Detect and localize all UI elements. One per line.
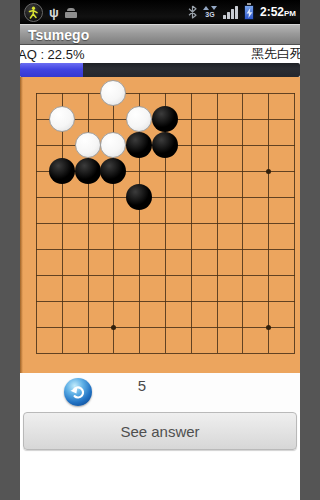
battery-charging-icon	[244, 5, 254, 20]
progress-bar-track	[20, 63, 300, 77]
move-counter: 5	[132, 377, 152, 394]
stick-figure-icon	[27, 6, 40, 19]
grid-line-horizontal	[36, 275, 295, 276]
white-stone[interactable]	[49, 106, 75, 132]
status-bar-left: ψ	[20, 3, 77, 22]
black-stone[interactable]	[126, 132, 152, 158]
white-stone[interactable]	[75, 132, 101, 158]
status-bar: ψ 3G	[20, 0, 300, 24]
grid-line-horizontal	[36, 93, 295, 94]
grid-line-horizontal	[36, 249, 295, 250]
usb-debug-icon	[65, 8, 77, 18]
grid-line-horizontal	[36, 301, 295, 302]
progress-label: AQ : 22.5%	[20, 47, 84, 62]
see-answer-button[interactable]: See answer	[23, 412, 297, 450]
progress-bar-fill	[20, 63, 83, 77]
controls-row: 5	[20, 373, 300, 412]
info-row: AQ : 22.5% 黑先白死	[20, 45, 300, 63]
app-notification-icon	[24, 3, 43, 22]
black-stone[interactable]	[152, 106, 178, 132]
problem-type-label: 黑先白死	[251, 45, 300, 63]
signal-strength-icon	[223, 5, 238, 19]
white-stone[interactable]	[126, 106, 152, 132]
uplink-arrow-icon	[203, 6, 209, 10]
black-stone[interactable]	[126, 184, 152, 210]
undo-button[interactable]	[64, 378, 92, 406]
black-stone[interactable]	[49, 158, 75, 184]
black-stone[interactable]	[100, 158, 126, 184]
undo-arrow-icon	[69, 383, 87, 401]
title-bar: Tsumego	[20, 24, 300, 45]
star-point	[266, 169, 271, 174]
clock-ampm: PM	[284, 9, 296, 18]
see-answer-label: See answer	[120, 423, 199, 440]
mobile-3g-icon: 3G	[203, 5, 217, 20]
downlink-arrow-icon	[211, 6, 217, 10]
app-title: Tsumego	[20, 27, 89, 43]
go-board[interactable]	[20, 77, 300, 374]
grid-line-horizontal	[36, 353, 295, 354]
lightning-bolt-icon	[246, 8, 253, 18]
status-bar-right: 3G 2:52PM	[188, 4, 300, 20]
star-point	[111, 325, 116, 330]
grid-line-horizontal	[36, 197, 295, 198]
phone-screen: ψ 3G	[20, 0, 300, 500]
grid-line-horizontal	[36, 327, 295, 328]
clock-time: 2:52PM	[260, 5, 296, 19]
network-type-label: 3G	[205, 11, 214, 19]
bluetooth-icon	[188, 5, 197, 19]
star-point	[266, 325, 271, 330]
white-stone[interactable]	[100, 132, 126, 158]
usb-connected-icon: ψ	[49, 6, 59, 19]
white-stone[interactable]	[100, 80, 126, 106]
black-stone[interactable]	[152, 132, 178, 158]
grid-line-horizontal	[36, 223, 295, 224]
black-stone[interactable]	[75, 158, 101, 184]
